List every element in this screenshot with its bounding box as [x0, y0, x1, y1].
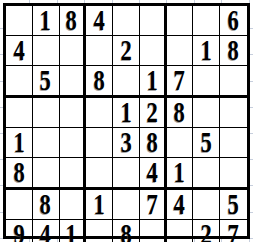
- cell-digit: 4: [13, 36, 24, 65]
- cell-digit: 6: [228, 6, 239, 35]
- cell-r8c8[interactable]: 2: [193, 220, 220, 242]
- cell-r3c8[interactable]: [193, 66, 220, 98]
- cell-r4c8[interactable]: [193, 98, 220, 128]
- cell-r8c7[interactable]: [167, 220, 194, 242]
- cell-digit: 7: [174, 66, 185, 95]
- cell-r8c5[interactable]: 8: [113, 220, 140, 242]
- cell-r5c2[interactable]: [33, 128, 60, 158]
- cell-r1c4[interactable]: 4: [86, 6, 113, 36]
- cell-r3c9[interactable]: [220, 66, 247, 98]
- cell-digit: 4: [174, 190, 185, 219]
- cell-digit: 1: [201, 36, 212, 65]
- cell-digit: 5: [201, 128, 212, 157]
- cell-r3c5[interactable]: [113, 66, 140, 98]
- cell-r3c1[interactable]: [6, 66, 33, 98]
- cell-r1c1[interactable]: [6, 6, 33, 36]
- cell-r2c7[interactable]: [167, 36, 194, 66]
- cell-r4c1[interactable]: [6, 98, 33, 128]
- cell-r3c4[interactable]: 8: [86, 66, 113, 98]
- cell-r5c3[interactable]: [60, 128, 87, 158]
- cell-digit: 7: [146, 190, 157, 219]
- cell-digit: 1: [174, 158, 185, 187]
- cell-r1c8[interactable]: [193, 6, 220, 36]
- cell-digit: 1: [146, 66, 157, 95]
- cell-r8c6[interactable]: [140, 220, 167, 242]
- cell-r1c9[interactable]: 6: [220, 6, 247, 36]
- cell-r5c8[interactable]: 5: [193, 128, 220, 158]
- cell-r1c2[interactable]: 1: [33, 6, 60, 36]
- cell-digit: 2: [201, 220, 212, 242]
- cell-r7c6[interactable]: 7: [140, 190, 167, 220]
- cell-digit: 4: [94, 6, 105, 35]
- cell-r4c5[interactable]: 1: [113, 98, 140, 128]
- cell-r8c4[interactable]: [86, 220, 113, 242]
- cell-r5c9[interactable]: [220, 128, 247, 158]
- cell-r7c5[interactable]: [113, 190, 140, 220]
- cell-r6c8[interactable]: [193, 158, 220, 190]
- cell-r5c5[interactable]: 3: [113, 128, 140, 158]
- cell-digit: 5: [228, 190, 239, 219]
- cell-r2c2[interactable]: [33, 36, 60, 66]
- cell-r6c9[interactable]: [220, 158, 247, 190]
- cell-r2c8[interactable]: 1: [193, 36, 220, 66]
- cell-r1c7[interactable]: [167, 6, 194, 36]
- cell-r2c4[interactable]: [86, 36, 113, 66]
- cell-r3c7[interactable]: 7: [167, 66, 194, 98]
- cell-r6c5[interactable]: [113, 158, 140, 190]
- cell-r3c2[interactable]: 5: [33, 66, 60, 98]
- cell-digit: 8: [94, 66, 105, 95]
- cell-r2c1[interactable]: 4: [6, 36, 33, 66]
- cell-digit: 8: [40, 190, 51, 219]
- cell-r7c7[interactable]: 4: [167, 190, 194, 220]
- cell-r6c6[interactable]: 4: [140, 158, 167, 190]
- cell-digit: 1: [66, 220, 77, 242]
- cell-digit: 2: [120, 36, 131, 65]
- cell-r5c1[interactable]: 1: [6, 128, 33, 158]
- cell-r8c3[interactable]: 1: [60, 220, 87, 242]
- cell-r7c9[interactable]: 5: [220, 190, 247, 220]
- cell-r4c7[interactable]: 8: [167, 98, 194, 128]
- cell-digit: 8: [13, 158, 24, 187]
- cell-r4c6[interactable]: 2: [140, 98, 167, 128]
- cell-digit: 7: [228, 220, 239, 242]
- cell-r6c1[interactable]: 8: [6, 158, 33, 190]
- cell-r6c3[interactable]: [60, 158, 87, 190]
- cell-digit: 8: [174, 98, 185, 127]
- cell-r3c3[interactable]: [60, 66, 87, 98]
- cell-r4c2[interactable]: [33, 98, 60, 128]
- cell-r1c6[interactable]: [140, 6, 167, 36]
- cell-digit: 1: [13, 128, 24, 157]
- cell-r8c2[interactable]: 4: [33, 220, 60, 242]
- cell-digit: 8: [66, 6, 77, 35]
- cell-r5c7[interactable]: [167, 128, 194, 158]
- cell-r6c7[interactable]: 1: [167, 158, 194, 190]
- cell-digit: 8: [146, 128, 157, 157]
- cell-r8c9[interactable]: 7: [220, 220, 247, 242]
- cell-digit: 8: [120, 220, 131, 242]
- cell-digit: 3: [120, 128, 131, 157]
- cell-digit: 1: [40, 6, 51, 35]
- cell-r5c4[interactable]: [86, 128, 113, 158]
- cell-r7c2[interactable]: 8: [33, 190, 60, 220]
- cell-r1c3[interactable]: 8: [60, 6, 87, 36]
- cell-r4c4[interactable]: [86, 98, 113, 128]
- cell-digit: 5: [40, 66, 51, 95]
- cell-r2c3[interactable]: [60, 36, 87, 66]
- cell-r7c1[interactable]: [6, 190, 33, 220]
- cell-digit: 4: [40, 220, 51, 242]
- cell-r4c3[interactable]: [60, 98, 87, 128]
- cell-r4c9[interactable]: [220, 98, 247, 128]
- cell-r3c6[interactable]: 1: [140, 66, 167, 98]
- cell-r7c4[interactable]: 1: [86, 190, 113, 220]
- cell-r1c5[interactable]: [113, 6, 140, 36]
- cell-r5c6[interactable]: 8: [140, 128, 167, 158]
- cell-r2c9[interactable]: 8: [220, 36, 247, 66]
- cell-digit: 4: [146, 158, 157, 187]
- cell-r6c2[interactable]: [33, 158, 60, 190]
- cell-r7c3[interactable]: [60, 190, 87, 220]
- cell-r6c4[interactable]: [86, 158, 113, 190]
- cell-r7c8[interactable]: [193, 190, 220, 220]
- cell-r2c6[interactable]: [140, 36, 167, 66]
- cell-r2c5[interactable]: 2: [113, 36, 140, 66]
- cell-digit: 8: [228, 36, 239, 65]
- cell-r8c1[interactable]: 9: [6, 220, 33, 242]
- sudoku-board: 1846421858171281385841817459418275762481: [3, 3, 250, 239]
- cell-digit: 1: [120, 98, 131, 127]
- cell-digit: 1: [94, 190, 105, 219]
- cell-digit: 2: [146, 98, 157, 127]
- cell-digit: 9: [13, 220, 24, 242]
